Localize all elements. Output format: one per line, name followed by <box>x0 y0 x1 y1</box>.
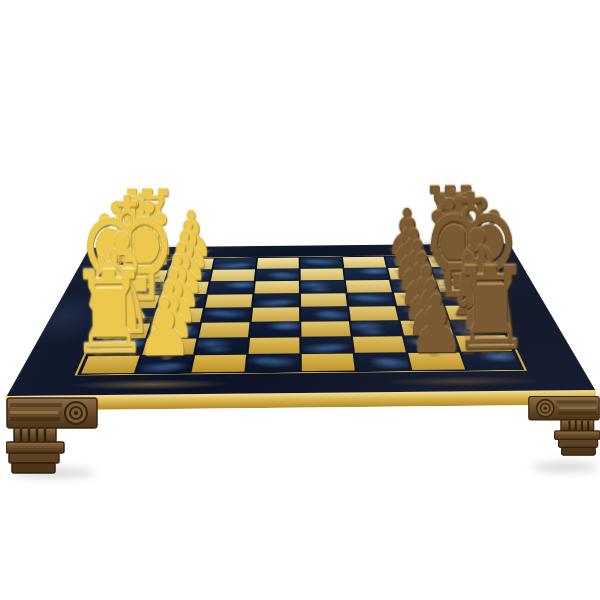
square-h1[interactable]: ♜♜ <box>81 356 140 374</box>
square-h4[interactable] <box>247 354 300 372</box>
square-c6[interactable] <box>346 280 392 293</box>
square-f4[interactable] <box>250 322 299 337</box>
square-b5[interactable] <box>301 268 344 280</box>
square-b4[interactable] <box>256 269 299 281</box>
square-d4[interactable] <box>253 294 299 308</box>
square-b3[interactable] <box>211 269 255 281</box>
square-a4[interactable] <box>257 258 299 269</box>
perspective-camera: ♜♜♟♟♟♟♜♜♞♞♟♟♟♟♞♞♝♝♟♟♟♟♝♝♛♛♟♟♟♟♛♛♚♚♟♟♟♟♚♚… <box>0 0 600 600</box>
piece-black-rook-h8[interactable]: ♜ <box>450 255 533 364</box>
square-a3[interactable] <box>213 258 256 269</box>
board-foot-right <box>528 384 600 470</box>
volute-foot-icon <box>528 384 600 470</box>
square-f5[interactable] <box>301 321 350 336</box>
square-e6[interactable] <box>349 306 398 320</box>
square-d6[interactable] <box>347 293 395 306</box>
playing-field: ♜♜♟♟♟♟♜♜♞♞♟♟♟♟♞♞♝♝♟♟♟♟♝♝♛♛♟♟♟♟♛♛♚♚♟♟♟♟♚♚… <box>74 255 527 376</box>
square-f6[interactable] <box>351 321 402 336</box>
square-e5[interactable] <box>301 307 349 321</box>
square-c5[interactable] <box>301 280 346 293</box>
square-a5[interactable] <box>300 257 342 268</box>
square-b6[interactable] <box>344 268 389 280</box>
piece-white-rook-h1[interactable]: ♜ <box>68 259 151 368</box>
square-h8[interactable]: ♜♜ <box>461 352 520 370</box>
square-a6[interactable] <box>343 257 386 268</box>
board-foot-left <box>6 396 98 478</box>
square-e4[interactable] <box>252 307 300 321</box>
square-g3[interactable] <box>195 338 248 355</box>
volute-foot-icon <box>6 396 98 478</box>
scene: ♜♜♟♟♟♟♜♜♞♞♟♟♟♟♞♞♝♝♟♟♟♟♝♝♛♛♟♟♟♟♛♛♚♚♟♟♟♟♚♚… <box>0 0 600 600</box>
square-h3[interactable] <box>191 355 246 373</box>
square-h5[interactable] <box>302 354 355 372</box>
chessboard: ♜♜♟♟♟♟♜♜♞♞♟♟♟♟♞♞♝♝♟♟♟♟♝♝♛♛♟♟♟♟♛♛♚♚♟♟♟♟♚♚… <box>7 243 595 396</box>
square-g4[interactable] <box>248 337 299 353</box>
square-g6[interactable] <box>353 336 406 352</box>
square-c3[interactable] <box>208 281 254 294</box>
square-f3[interactable] <box>199 322 250 337</box>
square-d5[interactable] <box>301 293 347 306</box>
square-g5[interactable] <box>301 337 352 353</box>
square-h6[interactable] <box>355 353 410 371</box>
square-c4[interactable] <box>254 281 299 294</box>
product-photo-stage: ♜♜♟♟♟♟♜♜♞♞♟♟♟♟♞♞♝♝♟♟♟♟♝♝♛♛♟♟♟♟♛♛♚♚♟♟♟♟♚♚… <box>0 0 600 600</box>
square-d3[interactable] <box>205 294 252 308</box>
square-e3[interactable] <box>202 308 251 322</box>
